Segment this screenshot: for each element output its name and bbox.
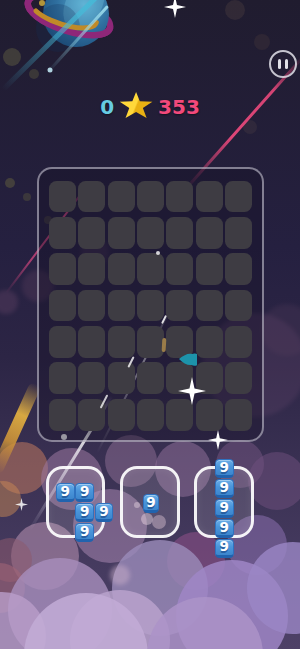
board-cell[interactable] [78,362,105,394]
board-cell[interactable] [78,326,105,358]
board-cell[interactable] [49,290,76,322]
score-left-value: 0 [100,95,114,119]
board-cell[interactable] [196,290,223,322]
board-cell[interactable] [49,399,76,431]
piece-empty-cell [56,523,75,542]
board-cell[interactable] [108,290,135,322]
score-display: 0 353 [0,91,300,123]
board-cell[interactable] [196,181,223,213]
gold-debris [161,338,165,352]
board-cell[interactable] [137,399,164,431]
white-dot [156,251,160,255]
comet-dot [48,68,53,73]
pause-icon [285,59,288,70]
number-tile: 9 [56,483,75,502]
tray-piece-2[interactable]: 9 [143,494,159,513]
board-cell[interactable] [78,181,105,213]
board-cell[interactable] [166,290,193,322]
board-cell[interactable] [137,362,164,394]
bokeh-circle [110,565,130,585]
board-cell[interactable] [225,253,252,285]
bokeh-circle [0,290,18,314]
board-cell[interactable] [108,399,135,431]
board-cell[interactable] [49,253,76,285]
number-tile: 9 [95,503,114,522]
board-cell[interactable] [78,290,105,322]
number-tile: 9 [75,503,94,522]
bokeh-circle [254,34,270,50]
number-tile: 9 [75,483,94,502]
board-cell[interactable] [137,217,164,249]
board-cell[interactable] [196,326,223,358]
game-board-grid [49,181,252,431]
number-tile: 9 [215,479,234,498]
bokeh-circle [23,193,31,201]
star-icon [119,92,153,120]
board-cell[interactable] [78,217,105,249]
bokeh-circle [248,452,300,510]
tray-piece-3[interactable]: 99999 [215,459,234,558]
board-cell[interactable] [49,326,76,358]
bokeh-circle [29,69,39,79]
game-board[interactable] [37,167,264,442]
board-cell[interactable] [137,253,164,285]
board-cell[interactable] [225,399,252,431]
board-cell[interactable] [108,326,135,358]
board-cell[interactable] [137,290,164,322]
board-cell[interactable] [78,253,105,285]
board-cell[interactable] [137,326,164,358]
board-cell[interactable] [196,362,223,394]
board-cell[interactable] [49,362,76,394]
pause-button[interactable] [269,50,297,78]
tray-piece-1[interactable]: 99999 [56,483,113,542]
piece-empty-cell [95,523,114,542]
piece-empty-cell [56,503,75,522]
board-cell[interactable] [166,253,193,285]
number-tile: 9 [75,523,94,542]
board-cell[interactable] [137,181,164,213]
score-right-value: 353 [158,95,200,119]
board-cell[interactable] [196,253,223,285]
board-cell[interactable] [225,217,252,249]
pause-icon [278,59,281,70]
board-cell[interactable] [166,217,193,249]
number-tile: 9 [215,539,234,558]
number-tile: 9 [215,519,234,538]
piece-empty-cell [95,483,114,502]
board-cell[interactable] [196,399,223,431]
board-cell[interactable] [166,399,193,431]
phone-screen: 0 353 99999 9 99999 [0,0,300,649]
board-cell[interactable] [225,181,252,213]
board-cell[interactable] [225,326,252,358]
bokeh-circle [225,0,245,20]
board-cell[interactable] [49,217,76,249]
teal-comet-debris [179,352,197,367]
board-cell[interactable] [108,362,135,394]
number-tile: 9 [215,499,234,518]
number-tile: 9 [143,494,159,513]
board-cell[interactable] [225,362,252,394]
number-tile: 9 [215,459,234,478]
board-cell[interactable] [225,290,252,322]
board-cell[interactable] [108,253,135,285]
board-cell[interactable] [108,181,135,213]
board-cell[interactable] [196,217,223,249]
board-cell[interactable] [166,181,193,213]
board-cell[interactable] [108,217,135,249]
board-cell[interactable] [49,181,76,213]
bokeh-circle [5,178,15,188]
